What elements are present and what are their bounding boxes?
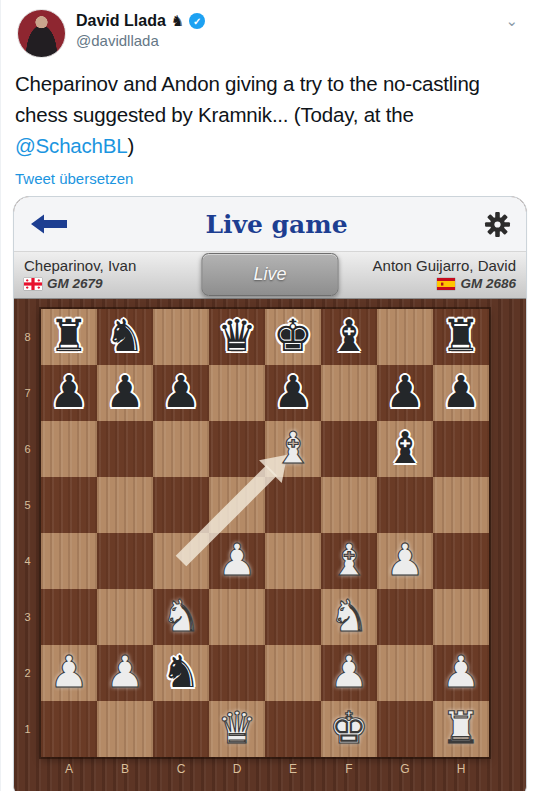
square-c3[interactable]: ♞: [153, 589, 209, 645]
square-d4[interactable]: ♟: [209, 533, 265, 589]
square-d7[interactable]: [209, 365, 265, 421]
piece-black-queen: ♛: [209, 309, 265, 365]
square-h1[interactable]: ♜: [433, 701, 489, 757]
piece-black-king: ♚: [265, 309, 321, 365]
square-e3[interactable]: [265, 589, 321, 645]
file-labels: ABCDEFGH: [41, 757, 489, 783]
square-g1[interactable]: [377, 701, 433, 757]
square-b4[interactable]: [97, 533, 153, 589]
knight-emoji-icon: ♞: [171, 12, 184, 30]
file-label-f: F: [321, 757, 377, 783]
tweet-header: David Llada ♞ ✓ @davidllada ⌄: [1, 0, 538, 58]
square-f6[interactable]: [321, 421, 377, 477]
board-inner: ♜♞♛♚♝♜♟♟♟♟♟♟♝♝♟♝♟♞♞♟♟♞♟♟♛♚♜: [41, 309, 489, 757]
square-b6[interactable]: [97, 421, 153, 477]
board-frame: 87654321 ♜♞♛♚♝♜♟♟♟♟♟♟♝♝♟♝♟♞♞♟♟♞♟♟♛♚♜ ABC…: [14, 299, 526, 791]
square-e7[interactable]: ♟: [265, 365, 321, 421]
square-c2[interactable]: ♞: [153, 645, 209, 701]
viewer-header: Live game: [14, 197, 526, 252]
chevron-down-icon[interactable]: ⌄: [505, 12, 518, 30]
tweet-text: Cheparinov and Andon giving a try to the…: [1, 58, 538, 161]
live-button[interactable]: Live: [202, 253, 339, 296]
file-label-h: H: [433, 757, 489, 783]
square-c8[interactable]: [153, 309, 209, 365]
file-label-b: B: [97, 757, 153, 783]
square-h3[interactable]: [433, 589, 489, 645]
piece-black-bishop: ♝: [377, 421, 433, 477]
piece-white-pawn: ♟: [377, 533, 433, 589]
square-b7[interactable]: ♟: [97, 365, 153, 421]
square-a2[interactable]: ♟: [41, 645, 97, 701]
author-name[interactable]: David Llada: [76, 12, 166, 30]
square-h7[interactable]: ♟: [433, 365, 489, 421]
square-f5[interactable]: [321, 477, 377, 533]
square-a1[interactable]: [41, 701, 97, 757]
square-a8[interactable]: ♜: [41, 309, 97, 365]
square-a6[interactable]: [41, 421, 97, 477]
left-player: Cheparinov, Ivan GM 2679: [14, 252, 146, 298]
piece-white-bishop: ♝: [265, 421, 321, 477]
rank-label-4: 4: [14, 533, 41, 589]
piece-black-pawn: ♟: [97, 365, 153, 421]
square-f4[interactable]: ♝: [321, 533, 377, 589]
square-h8[interactable]: ♜: [433, 309, 489, 365]
square-c5[interactable]: [153, 477, 209, 533]
rank-label-7: 7: [14, 365, 41, 421]
square-e6[interactable]: ♝: [265, 421, 321, 477]
chess-board: ♜♞♛♚♝♜♟♟♟♟♟♟♝♝♟♝♟♞♞♟♟♞♟♟♛♚♜: [41, 309, 489, 757]
author-block: David Llada ♞ ✓ @davidllada: [76, 9, 205, 49]
piece-white-pawn: ♟: [321, 645, 377, 701]
piece-white-king: ♚: [321, 701, 377, 757]
square-e1[interactable]: [265, 701, 321, 757]
viewer-title: Live game: [205, 210, 347, 239]
file-label-a: A: [41, 757, 97, 783]
rank-label-3: 3: [14, 589, 41, 645]
square-g3[interactable]: [377, 589, 433, 645]
square-c7[interactable]: ♟: [153, 365, 209, 421]
square-a5[interactable]: [41, 477, 97, 533]
player-bar: Cheparinov, Ivan GM 2679 Live: [14, 252, 526, 299]
square-a3[interactable]: [41, 589, 97, 645]
square-h6[interactable]: [433, 421, 489, 477]
piece-black-pawn: ♟: [377, 365, 433, 421]
rank-label-6: 6: [14, 421, 41, 477]
square-e4[interactable]: [265, 533, 321, 589]
back-arrow-button[interactable]: [29, 213, 69, 235]
square-e5[interactable]: [265, 477, 321, 533]
square-b3[interactable]: [97, 589, 153, 645]
file-label-e: E: [265, 757, 321, 783]
piece-white-pawn: ♟: [97, 645, 153, 701]
square-h2[interactable]: ♟: [433, 645, 489, 701]
square-f8[interactable]: ♝: [321, 309, 377, 365]
piece-white-rook: ♜: [433, 701, 489, 757]
rank-label-1: 1: [14, 701, 41, 757]
tweet-page: David Llada ♞ ✓ @davidllada ⌄ Cheparinov…: [0, 0, 538, 791]
rank-labels: 87654321: [14, 309, 41, 757]
piece-white-knight: ♞: [321, 589, 377, 645]
square-b5[interactable]: [97, 477, 153, 533]
piece-white-knight: ♞: [153, 589, 209, 645]
piece-white-pawn: ♟: [41, 645, 97, 701]
square-f7[interactable]: [321, 365, 377, 421]
square-d2[interactable]: [209, 645, 265, 701]
square-c1[interactable]: [153, 701, 209, 757]
square-g4[interactable]: ♟: [377, 533, 433, 589]
square-g5[interactable]: [377, 477, 433, 533]
square-d5[interactable]: [209, 477, 265, 533]
georgia-flag-icon: [24, 278, 42, 290]
piece-white-pawn: ♟: [209, 533, 265, 589]
back-arrow-icon: [29, 213, 69, 235]
square-f1[interactable]: ♚: [321, 701, 377, 757]
left-player-name: Cheparinov, Ivan: [24, 257, 136, 274]
file-label-c: C: [153, 757, 209, 783]
piece-black-pawn: ♟: [433, 365, 489, 421]
verified-badge-icon: ✓: [189, 13, 205, 29]
author-handle[interactable]: @davidllada: [76, 32, 205, 49]
square-c6[interactable]: [153, 421, 209, 477]
square-d8[interactable]: ♛: [209, 309, 265, 365]
tweet-text-pre: Cheparinov and Andon giving a try to the…: [15, 72, 480, 126]
gear-icon: [484, 211, 511, 238]
square-g7[interactable]: ♟: [377, 365, 433, 421]
square-a4[interactable]: [41, 533, 97, 589]
square-g2[interactable]: [377, 645, 433, 701]
square-g8[interactable]: [377, 309, 433, 365]
square-b1[interactable]: [97, 701, 153, 757]
square-f3[interactable]: ♞: [321, 589, 377, 645]
square-e8[interactable]: ♚: [265, 309, 321, 365]
right-player-name: Anton Guijarro, David: [373, 257, 516, 274]
piece-black-pawn: ♟: [265, 365, 321, 421]
square-e2[interactable]: [265, 645, 321, 701]
square-f2[interactable]: ♟: [321, 645, 377, 701]
piece-white-bishop: ♝: [321, 533, 377, 589]
piece-black-bishop: ♝: [321, 309, 377, 365]
square-h5[interactable]: [433, 477, 489, 533]
piece-white-pawn: ♟: [433, 645, 489, 701]
square-c4[interactable]: [153, 533, 209, 589]
spain-flag-icon: [437, 278, 455, 290]
mention-link[interactable]: @SchachBL: [15, 134, 127, 157]
square-b8[interactable]: ♞: [97, 309, 153, 365]
square-d3[interactable]: [209, 589, 265, 645]
avatar[interactable]: [17, 9, 66, 58]
right-player-rating: GM 2686: [460, 276, 516, 291]
live-game-card[interactable]: Live game Cheparinov, Ivan: [13, 196, 527, 791]
right-player: Anton Guijarro, David GM 2686: [363, 252, 526, 298]
square-d1[interactable]: ♛: [209, 701, 265, 757]
piece-black-knight: ♞: [97, 309, 153, 365]
rank-label-5: 5: [14, 477, 41, 533]
rank-label-2: 2: [14, 645, 41, 701]
piece-black-rook: ♜: [433, 309, 489, 365]
piece-white-queen: ♛: [209, 701, 265, 757]
settings-gear-button[interactable]: [484, 211, 511, 238]
file-label-d: D: [209, 757, 265, 783]
piece-black-rook: ♜: [41, 309, 97, 365]
square-b2[interactable]: ♟: [97, 645, 153, 701]
translate-tweet-link[interactable]: Tweet übersetzen: [15, 170, 133, 187]
square-h4[interactable]: [433, 533, 489, 589]
left-player-rating: GM 2679: [47, 276, 103, 291]
square-d6[interactable]: [209, 421, 265, 477]
file-label-g: G: [377, 757, 433, 783]
square-a7[interactable]: ♟: [41, 365, 97, 421]
piece-black-pawn: ♟: [153, 365, 209, 421]
rank-label-8: 8: [14, 309, 41, 365]
square-g6[interactable]: ♝: [377, 421, 433, 477]
tweet-text-post: ): [127, 134, 134, 157]
piece-black-knight: ♞: [153, 645, 209, 701]
piece-black-pawn: ♟: [41, 365, 97, 421]
